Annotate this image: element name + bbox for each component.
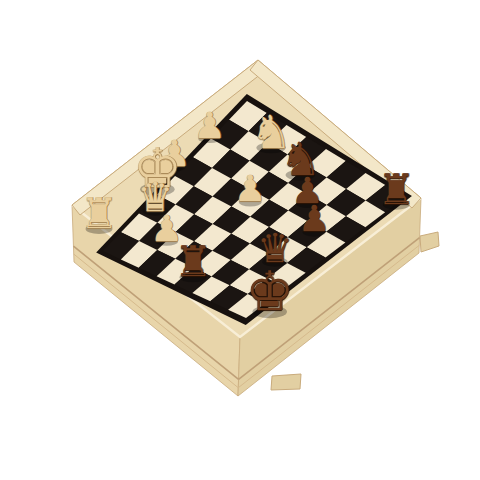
box-foot <box>420 232 439 252</box>
chess-box-product-photo: ♟♞♟♞♚♟♟♜♛♜♟♟♛♜♚ <box>0 0 480 480</box>
box-foot <box>271 374 301 390</box>
piece-white-rook-a1[interactable]: ♜ <box>80 193 118 235</box>
piece-black-rook-e1[interactable]: ♜ <box>174 241 212 283</box>
chess-box-scene <box>0 0 480 480</box>
piece-black-king-h2[interactable]: ♚ <box>245 265 293 319</box>
piece-white-pawn-d5[interactable]: ♟ <box>234 171 266 207</box>
piece-black-pawn-g5[interactable]: ♟ <box>298 202 330 238</box>
piece-white-pawn-a7[interactable]: ♟ <box>194 108 226 144</box>
piece-black-rook-h8[interactable]: ♜ <box>377 169 415 211</box>
